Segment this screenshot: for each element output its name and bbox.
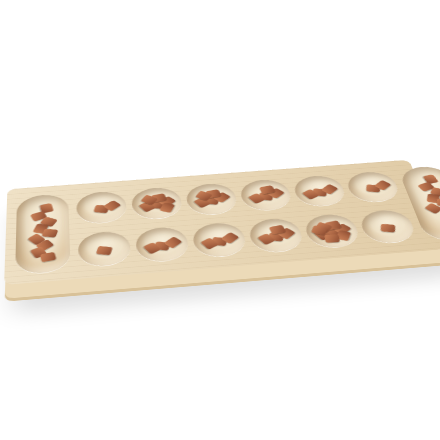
mancala-board xyxy=(4,159,440,285)
seed xyxy=(96,246,113,255)
store-left xyxy=(15,193,70,274)
seed xyxy=(40,251,57,262)
seed xyxy=(41,228,58,237)
pit-bottom-2[interactable] xyxy=(135,226,191,263)
pit-grid xyxy=(68,161,431,279)
pit-bottom-6[interactable] xyxy=(357,209,418,245)
pit-top-5[interactable] xyxy=(291,174,348,207)
pit-top-4[interactable] xyxy=(238,178,294,211)
pit-bottom-4[interactable] xyxy=(247,217,305,253)
pit-bottom-1[interactable] xyxy=(78,230,132,267)
seed xyxy=(324,235,340,243)
pit-top-3[interactable] xyxy=(185,182,239,216)
seed xyxy=(381,224,396,233)
photo-background xyxy=(0,0,440,440)
pit-bottom-5[interactable] xyxy=(302,213,362,249)
pit-top-1[interactable] xyxy=(76,190,128,224)
pit-top-6[interactable] xyxy=(344,170,402,203)
pit-bottom-3[interactable] xyxy=(191,222,248,259)
pit-top-2[interactable] xyxy=(130,186,183,220)
